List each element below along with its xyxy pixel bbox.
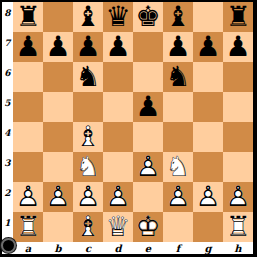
white-pawn-icon: ♟: [73, 182, 103, 212]
rank-label-text: 5: [4, 98, 10, 108]
rank-label-text: 7: [4, 38, 10, 48]
white-knight-icon: ♞: [73, 152, 103, 182]
square-b1[interactable]: [43, 212, 73, 242]
square-a2[interactable]: ♟♙: [13, 182, 43, 212]
black-bishop-icon: ♝: [163, 2, 193, 32]
rank-label-column: 87654321: [2, 2, 13, 254]
square-f3[interactable]: ♞♘: [163, 152, 193, 182]
square-d6[interactable]: [103, 62, 133, 92]
square-e8[interactable]: ♚: [133, 2, 163, 32]
rank-label-text: 3: [4, 158, 10, 168]
square-c5[interactable]: [73, 92, 103, 122]
white-knight-icon: ♘: [73, 152, 103, 182]
white-king-icon: ♚: [133, 212, 163, 242]
square-e1[interactable]: ♚♔: [133, 212, 163, 242]
square-e7[interactable]: [133, 32, 163, 62]
white-pawn-icon: ♟: [43, 182, 73, 212]
square-c2[interactable]: ♟♙: [73, 182, 103, 212]
square-a6[interactable]: [13, 62, 43, 92]
square-g5[interactable]: [193, 92, 223, 122]
file-label-a: a: [13, 242, 43, 254]
white-bishop-icon: ♝: [73, 212, 103, 242]
white-rook-icon: ♜: [223, 212, 253, 242]
white-bishop-icon: ♗: [73, 122, 103, 152]
white-queen-icon: ♕: [103, 212, 133, 242]
rank-label-5: 5: [2, 92, 13, 122]
square-a8[interactable]: ♜: [13, 2, 43, 32]
file-label-h: h: [223, 242, 253, 254]
square-d2[interactable]: ♟♙: [103, 182, 133, 212]
square-g8[interactable]: [193, 2, 223, 32]
file-label-g: g: [193, 242, 223, 254]
square-e2[interactable]: [133, 182, 163, 212]
square-d5[interactable]: [103, 92, 133, 122]
white-rook-icon: ♖: [223, 212, 253, 242]
white-pawn-icon: ♟: [13, 182, 43, 212]
rank-label-text: 8: [4, 8, 10, 18]
black-pawn-icon: ♟: [163, 32, 193, 62]
square-b6[interactable]: [43, 62, 73, 92]
white-pawn-icon: ♙: [133, 152, 163, 182]
square-f1[interactable]: [163, 212, 193, 242]
square-e4[interactable]: [133, 122, 163, 152]
white-pawn-icon: ♙: [193, 182, 223, 212]
square-a7[interactable]: ♟: [13, 32, 43, 62]
square-g6[interactable]: [193, 62, 223, 92]
square-d8[interactable]: ♛: [103, 2, 133, 32]
chess-board: ♜♝♛♚♝♜♟♟♟♟♟♟♟♞♞♟♝♗♞♘♟♙♞♘♟♙♟♙♟♙♟♙♟♙♟♙♟♙♜♖…: [13, 2, 253, 242]
file-label-f: f: [163, 242, 193, 254]
rank-label-text: 2: [4, 188, 10, 198]
file-label-c: c: [73, 242, 103, 254]
white-pawn-icon: ♟: [163, 182, 193, 212]
rank-label-text: 6: [4, 68, 10, 78]
square-h2[interactable]: ♟♙: [223, 182, 253, 212]
black-rook-icon: ♜: [223, 2, 253, 32]
file-label-b: b: [43, 242, 73, 254]
rank-label-7: 7: [2, 32, 13, 62]
square-c7[interactable]: ♟: [73, 32, 103, 62]
white-knight-icon: ♘: [163, 152, 193, 182]
white-pawn-icon: ♙: [223, 182, 253, 212]
black-pawn-icon: ♟: [103, 32, 133, 62]
square-g3[interactable]: [193, 152, 223, 182]
rank-label-4: 4: [2, 122, 13, 152]
square-f6[interactable]: ♞: [163, 62, 193, 92]
black-knight-icon: ♞: [73, 62, 103, 92]
square-f7[interactable]: ♟: [163, 32, 193, 62]
square-f8[interactable]: ♝: [163, 2, 193, 32]
square-h3[interactable]: [223, 152, 253, 182]
square-g1[interactable]: [193, 212, 223, 242]
white-pawn-icon: ♟: [103, 182, 133, 212]
square-d7[interactable]: ♟: [103, 32, 133, 62]
square-d1[interactable]: ♛♕: [103, 212, 133, 242]
square-g7[interactable]: ♟: [193, 32, 223, 62]
square-c4[interactable]: ♝♗: [73, 122, 103, 152]
rank-label-3: 3: [2, 152, 13, 182]
rank-label-8: 8: [2, 2, 13, 32]
black-king-icon: ♚: [133, 2, 163, 32]
square-c1[interactable]: ♝♗: [73, 212, 103, 242]
square-c6[interactable]: ♞: [73, 62, 103, 92]
black-pawn-icon: ♟: [13, 32, 43, 62]
rank-label-2: 2: [2, 182, 13, 212]
square-e3[interactable]: ♟♙: [133, 152, 163, 182]
rank-label-6: 6: [2, 62, 13, 92]
square-c3[interactable]: ♞♘: [73, 152, 103, 182]
white-pawn-icon: ♙: [163, 182, 193, 212]
white-queen-icon: ♛: [103, 212, 133, 242]
white-rook-icon: ♖: [13, 212, 43, 242]
square-h5[interactable]: [223, 92, 253, 122]
file-label-e: e: [133, 242, 163, 254]
square-a5[interactable]: [13, 92, 43, 122]
square-f4[interactable]: [163, 122, 193, 152]
square-g4[interactable]: [193, 122, 223, 152]
square-b2[interactable]: ♟♙: [43, 182, 73, 212]
white-rook-icon: ♜: [13, 212, 43, 242]
square-a1[interactable]: ♜♖: [13, 212, 43, 242]
black-knight-icon: ♞: [163, 62, 193, 92]
black-pawn-icon: ♟: [73, 32, 103, 62]
file-label-d: d: [103, 242, 133, 254]
black-pawn-icon: ♟: [43, 32, 73, 62]
square-a4[interactable]: [13, 122, 43, 152]
square-f2[interactable]: ♟♙: [163, 182, 193, 212]
chess-board-widget: 87654321 ♜♝♛♚♝♜♟♟♟♟♟♟♟♞♞♟♝♗♞♘♟♙♞♘♟♙♟♙♟♙♟…: [0, 0, 257, 257]
file-label-row: abcdefgh: [2, 242, 253, 254]
white-pawn-icon: ♙: [73, 182, 103, 212]
white-pawn-icon: ♟: [133, 152, 163, 182]
square-d4[interactable]: [103, 122, 133, 152]
turn-indicator-black-to-move-icon: [1, 238, 16, 253]
square-d3[interactable]: [103, 152, 133, 182]
square-h8[interactable]: ♜: [223, 2, 253, 32]
black-bishop-icon: ♝: [73, 2, 103, 32]
square-h6[interactable]: [223, 62, 253, 92]
white-pawn-icon: ♙: [103, 182, 133, 212]
white-pawn-icon: ♙: [13, 182, 43, 212]
white-bishop-icon: ♝: [73, 122, 103, 152]
white-bishop-icon: ♗: [73, 212, 103, 242]
white-king-icon: ♔: [133, 212, 163, 242]
square-e5[interactable]: ♟: [133, 92, 163, 122]
black-pawn-icon: ♟: [223, 32, 253, 62]
black-pawn-icon: ♟: [133, 92, 163, 122]
square-b3[interactable]: [43, 152, 73, 182]
square-h4[interactable]: [223, 122, 253, 152]
square-b5[interactable]: [43, 92, 73, 122]
square-c8[interactable]: ♝: [73, 2, 103, 32]
white-pawn-icon: ♙: [43, 182, 73, 212]
white-pawn-icon: ♟: [193, 182, 223, 212]
square-b7[interactable]: ♟: [43, 32, 73, 62]
square-a3[interactable]: [13, 152, 43, 182]
rank-label-text: 1: [4, 218, 10, 228]
square-b8[interactable]: [43, 2, 73, 32]
black-queen-icon: ♛: [103, 2, 133, 32]
black-pawn-icon: ♟: [193, 32, 223, 62]
square-h7[interactable]: ♟: [223, 32, 253, 62]
square-e6[interactable]: [133, 62, 163, 92]
square-h1[interactable]: ♜♖: [223, 212, 253, 242]
black-rook-icon: ♜: [13, 2, 43, 32]
rank-label-text: 4: [4, 128, 10, 138]
white-pawn-icon: ♟: [223, 182, 253, 212]
square-g2[interactable]: ♟♙: [193, 182, 223, 212]
white-knight-icon: ♞: [163, 152, 193, 182]
square-f5[interactable]: [163, 92, 193, 122]
square-b4[interactable]: [43, 122, 73, 152]
